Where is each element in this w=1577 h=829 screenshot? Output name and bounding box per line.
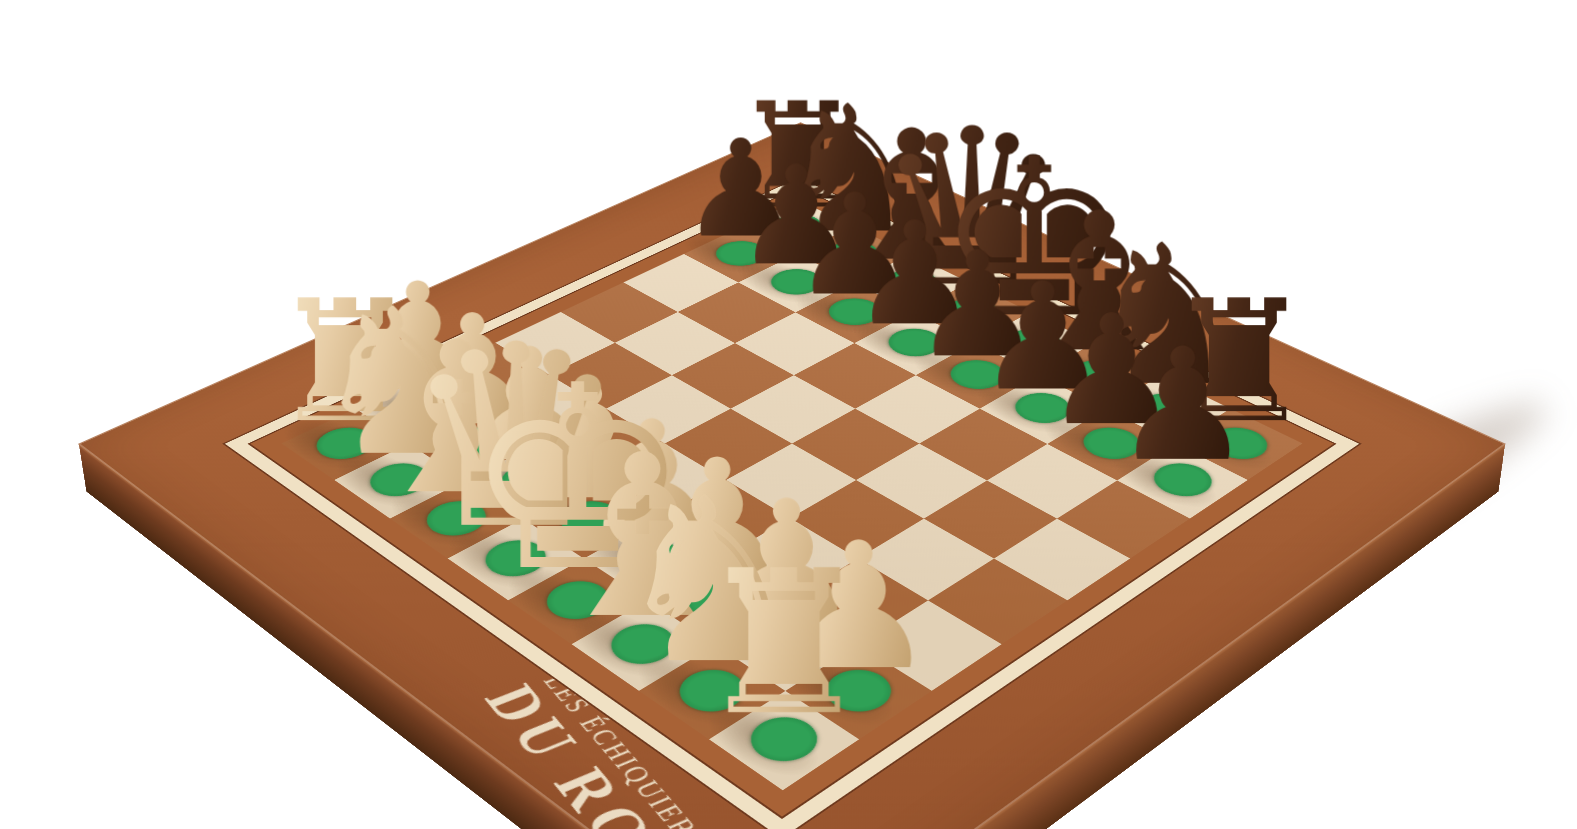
product-photo: ♞ LES ÉCHIQUIERS DU ROI ♜♞♝♛♚♝♞♜♟♟♟♟♟♟♟♟…: [0, 0, 1577, 829]
scene-3d: ♞ LES ÉCHIQUIERS DU ROI ♜♞♝♛♚♝♞♜♟♟♟♟♟♟♟♟…: [0, 0, 1577, 829]
felt-base: [490, 457, 571, 503]
piece-at-e2: ♟: [524, 280, 781, 558]
piece-white-pawn: ♟: [460, 332, 599, 480]
chess-board: ♞ LES ÉCHIQUIERS DU ROI ♜♞♝♛♚♝♞♜♟♟♟♟♟♟♟♟…: [78, 122, 1506, 829]
piece-white-pawn: ♟: [643, 442, 792, 600]
piece-white-pawn: ♟: [518, 367, 661, 518]
